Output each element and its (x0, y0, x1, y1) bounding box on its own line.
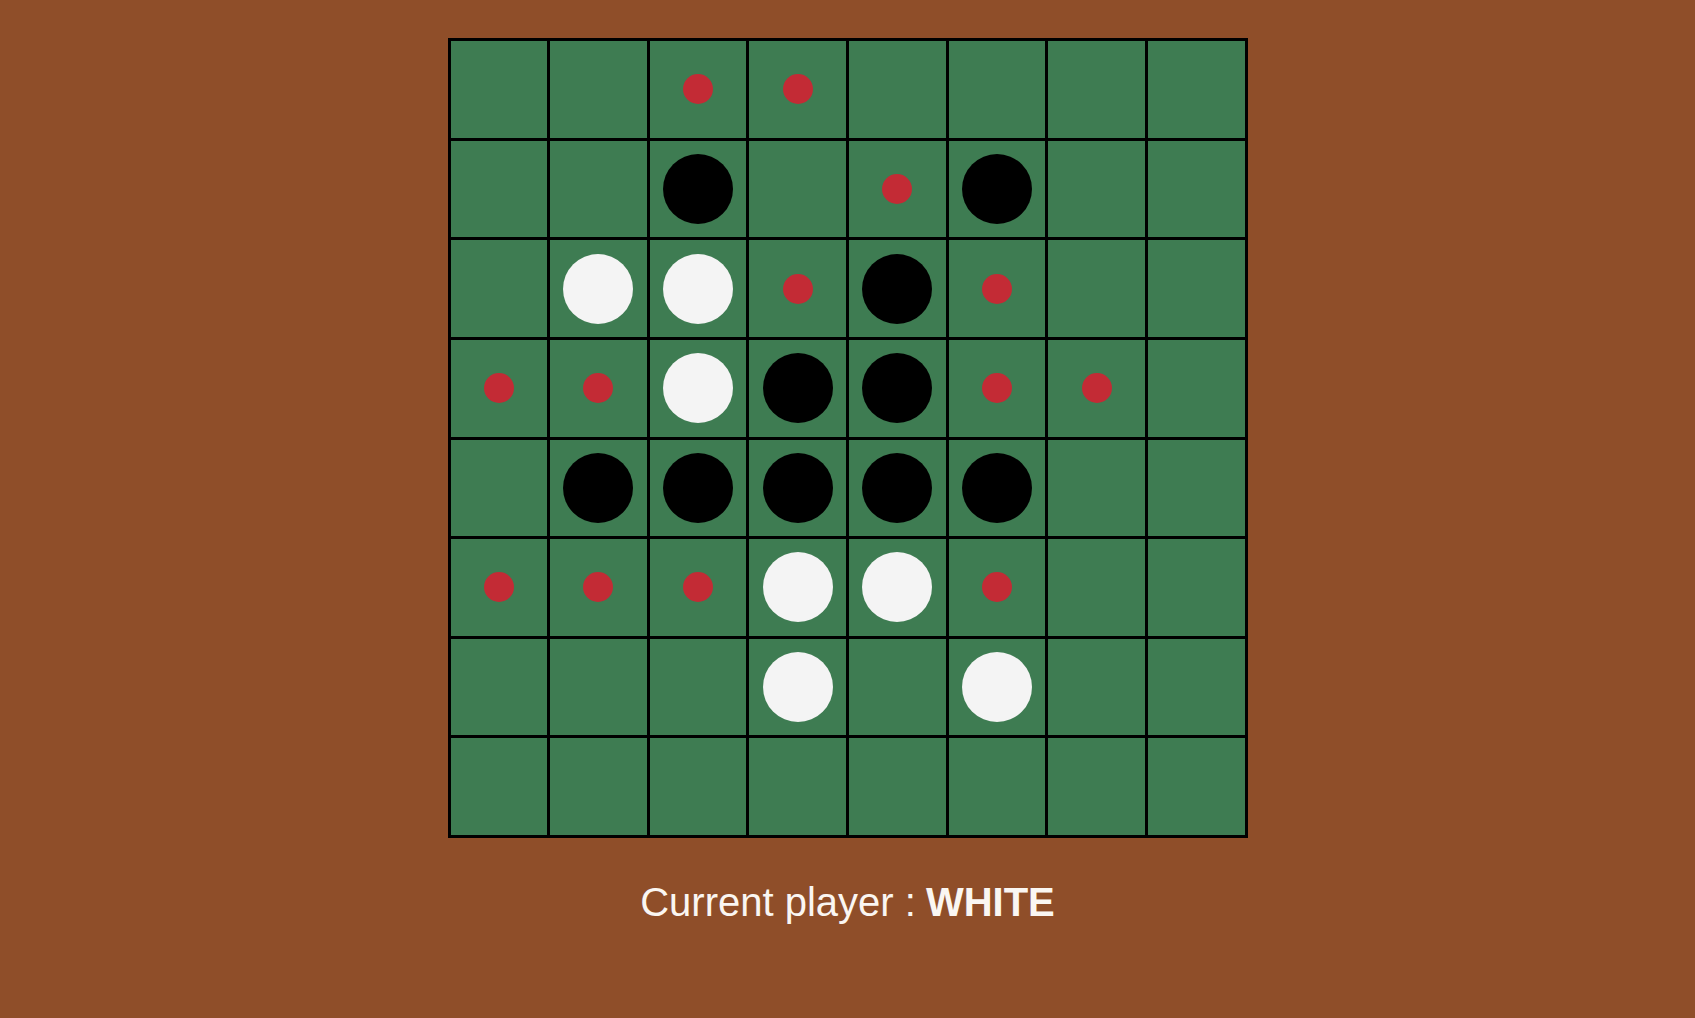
black-disc (862, 254, 932, 324)
cell-r7c1[interactable] (451, 639, 548, 736)
cell-r1c6[interactable] (949, 41, 1046, 138)
cell-r1c4[interactable] (749, 41, 846, 138)
cell-r4c4[interactable] (749, 340, 846, 437)
cell-r5c2[interactable] (550, 440, 647, 537)
black-disc (663, 154, 733, 224)
cell-r4c6[interactable] (949, 340, 1046, 437)
cell-r3c2[interactable] (550, 240, 647, 337)
cell-r6c1[interactable] (451, 539, 548, 636)
cell-r3c3[interactable] (650, 240, 747, 337)
cell-r6c6[interactable] (949, 539, 1046, 636)
white-disc (563, 254, 633, 324)
black-disc (862, 353, 932, 423)
white-disc (862, 552, 932, 622)
cell-r1c7[interactable] (1048, 41, 1145, 138)
black-disc (862, 453, 932, 523)
legal-move-dot (683, 74, 713, 104)
legal-move-dot (882, 174, 912, 204)
cell-r1c2[interactable] (550, 41, 647, 138)
cell-r6c5[interactable] (849, 539, 946, 636)
cell-r3c7[interactable] (1048, 240, 1145, 337)
white-disc (663, 254, 733, 324)
cell-r1c1[interactable] (451, 41, 548, 138)
black-disc (962, 154, 1032, 224)
legal-move-dot (683, 572, 713, 602)
cell-r6c3[interactable] (650, 539, 747, 636)
cell-r7c5[interactable] (849, 639, 946, 736)
current-player-value: WHITE (926, 880, 1055, 924)
legal-move-dot (982, 572, 1012, 602)
cell-r6c8[interactable] (1148, 539, 1245, 636)
status-line: Current player :WHITE (0, 882, 1695, 922)
cell-r3c8[interactable] (1148, 240, 1245, 337)
cell-r5c3[interactable] (650, 440, 747, 537)
cell-r8c6[interactable] (949, 738, 1046, 835)
cell-r4c5[interactable] (849, 340, 946, 437)
cell-r4c2[interactable] (550, 340, 647, 437)
legal-move-dot (783, 74, 813, 104)
cell-r3c5[interactable] (849, 240, 946, 337)
cell-r8c3[interactable] (650, 738, 747, 835)
cell-r8c5[interactable] (849, 738, 946, 835)
cell-r3c1[interactable] (451, 240, 548, 337)
cell-r4c1[interactable] (451, 340, 548, 437)
cell-r1c5[interactable] (849, 41, 946, 138)
cell-r1c8[interactable] (1148, 41, 1245, 138)
cell-r8c7[interactable] (1048, 738, 1145, 835)
cell-r7c2[interactable] (550, 639, 647, 736)
legal-move-dot (783, 274, 813, 304)
cell-r2c7[interactable] (1048, 141, 1145, 238)
cell-r4c8[interactable] (1148, 340, 1245, 437)
cell-r5c8[interactable] (1148, 440, 1245, 537)
black-disc (663, 453, 733, 523)
cell-r8c4[interactable] (749, 738, 846, 835)
cell-r1c3[interactable] (650, 41, 747, 138)
cell-r2c3[interactable] (650, 141, 747, 238)
cell-r6c7[interactable] (1048, 539, 1145, 636)
legal-move-dot (484, 572, 514, 602)
white-disc (763, 552, 833, 622)
black-disc (763, 353, 833, 423)
white-disc (663, 353, 733, 423)
cell-r2c5[interactable] (849, 141, 946, 238)
cell-r6c2[interactable] (550, 539, 647, 636)
white-disc (962, 652, 1032, 722)
cell-r8c8[interactable] (1148, 738, 1245, 835)
cell-r5c6[interactable] (949, 440, 1046, 537)
cell-r8c1[interactable] (451, 738, 548, 835)
cell-r5c7[interactable] (1048, 440, 1145, 537)
black-disc (763, 453, 833, 523)
cell-r2c6[interactable] (949, 141, 1046, 238)
cell-r4c7[interactable] (1048, 340, 1145, 437)
cell-r2c8[interactable] (1148, 141, 1245, 238)
cell-r8c2[interactable] (550, 738, 647, 835)
cell-r2c1[interactable] (451, 141, 548, 238)
legal-move-dot (1082, 373, 1112, 403)
legal-move-dot (583, 373, 613, 403)
legal-move-dot (982, 373, 1012, 403)
legal-move-dot (484, 373, 514, 403)
cell-r6c4[interactable] (749, 539, 846, 636)
cell-r5c4[interactable] (749, 440, 846, 537)
cell-r2c4[interactable] (749, 141, 846, 238)
cell-r4c3[interactable] (650, 340, 747, 437)
cell-r7c4[interactable] (749, 639, 846, 736)
current-player-label: Current player : (640, 880, 916, 924)
cell-r7c8[interactable] (1148, 639, 1245, 736)
cell-r7c3[interactable] (650, 639, 747, 736)
cell-r3c6[interactable] (949, 240, 1046, 337)
black-disc (962, 453, 1032, 523)
cell-r7c6[interactable] (949, 639, 1046, 736)
cell-r3c4[interactable] (749, 240, 846, 337)
cell-r5c1[interactable] (451, 440, 548, 537)
cell-r2c2[interactable] (550, 141, 647, 238)
othello-board (448, 38, 1248, 838)
legal-move-dot (982, 274, 1012, 304)
cell-r5c5[interactable] (849, 440, 946, 537)
white-disc (763, 652, 833, 722)
cell-r7c7[interactable] (1048, 639, 1145, 736)
black-disc (563, 453, 633, 523)
legal-move-dot (583, 572, 613, 602)
